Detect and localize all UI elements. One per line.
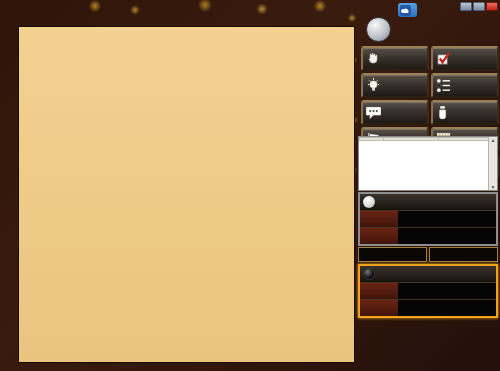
hint-button[interactable] bbox=[361, 73, 429, 98]
table-scrollbar[interactable]: ▲▼ bbox=[488, 137, 497, 190]
game-setup-row bbox=[358, 247, 498, 262]
record-menu-button[interactable] bbox=[431, 73, 499, 98]
col-move-no bbox=[360, 138, 384, 141]
pause-hand-icon bbox=[435, 104, 452, 121]
black-player-header bbox=[360, 266, 496, 282]
pause-button[interactable] bbox=[431, 100, 499, 125]
white-time-value bbox=[398, 211, 496, 227]
col-coord bbox=[384, 138, 439, 141]
window-controls bbox=[460, 2, 498, 11]
undo-button[interactable] bbox=[361, 46, 429, 71]
move-table-header bbox=[360, 138, 491, 141]
lightbulb-icon bbox=[365, 77, 382, 94]
mode-title-row bbox=[362, 13, 498, 45]
white-player-header bbox=[360, 194, 496, 210]
minimize-button[interactable] bbox=[460, 2, 472, 11]
handicap-box bbox=[358, 247, 427, 262]
settings-check-icon bbox=[435, 50, 452, 67]
white-time-row bbox=[360, 210, 496, 227]
time-label bbox=[360, 283, 398, 299]
goban-grid bbox=[21, 29, 350, 358]
white-player-panel bbox=[358, 192, 498, 246]
move-list-table[interactable]: ▲▼ bbox=[358, 136, 498, 191]
go-board bbox=[19, 27, 354, 362]
black-stone-icon bbox=[363, 268, 375, 280]
settings-button[interactable] bbox=[431, 46, 499, 71]
speech-bubble-icon bbox=[365, 104, 382, 121]
captures-label bbox=[360, 300, 398, 316]
board-row-coordinates bbox=[1, 29, 17, 358]
record-list-icon bbox=[435, 77, 452, 94]
pass-button[interactable] bbox=[361, 100, 429, 125]
upload-overlay-badge[interactable] bbox=[398, 3, 417, 17]
hand-icon bbox=[365, 50, 382, 67]
white-captures-value bbox=[398, 228, 496, 244]
black-captures-value bbox=[398, 300, 496, 316]
cloud-upload-logo-icon bbox=[400, 5, 411, 16]
black-time-row bbox=[360, 282, 496, 299]
white-captures-row bbox=[360, 227, 496, 244]
side-panel: ▲▼ bbox=[356, 0, 500, 371]
black-captures-row bbox=[360, 299, 496, 316]
app-window: ▲▼ bbox=[0, 0, 500, 371]
help-button[interactable] bbox=[366, 17, 391, 42]
komi-box bbox=[429, 247, 498, 262]
col-black-winrate bbox=[439, 138, 491, 141]
white-stone-icon bbox=[363, 196, 375, 208]
captures-label bbox=[360, 228, 398, 244]
black-player-panel bbox=[358, 264, 498, 318]
black-time-value bbox=[398, 283, 496, 299]
restore-button[interactable] bbox=[473, 2, 485, 11]
close-button[interactable] bbox=[486, 2, 498, 11]
time-label bbox=[360, 211, 398, 227]
